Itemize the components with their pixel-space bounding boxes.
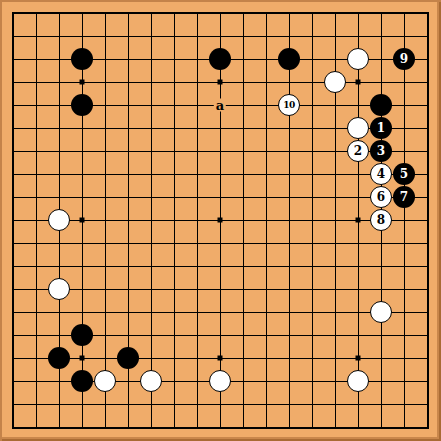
point-N13[interactable]: [278, 140, 301, 163]
point-L16[interactable]: [232, 71, 255, 94]
point-B7[interactable]: [25, 278, 48, 301]
point-Q19[interactable]: [347, 2, 370, 25]
point-L14[interactable]: [232, 117, 255, 140]
point-A6[interactable]: [2, 301, 25, 324]
point-F1[interactable]: [117, 416, 140, 439]
point-M18[interactable]: [255, 25, 278, 48]
point-O12[interactable]: [301, 163, 324, 186]
point-E6[interactable]: [94, 301, 117, 324]
point-J1[interactable]: [186, 416, 209, 439]
point-A3[interactable]: [2, 370, 25, 393]
point-O16[interactable]: [301, 71, 324, 94]
point-J3[interactable]: [186, 370, 209, 393]
point-R17[interactable]: [370, 48, 393, 71]
point-A7[interactable]: [2, 278, 25, 301]
point-E10[interactable]: [94, 209, 117, 232]
point-P9[interactable]: [324, 232, 347, 255]
point-M12[interactable]: [255, 163, 278, 186]
point-R3[interactable]: [370, 370, 393, 393]
point-N15[interactable]: 10: [278, 94, 301, 117]
point-S15[interactable]: [393, 94, 416, 117]
point-H7[interactable]: [163, 278, 186, 301]
point-H3[interactable]: [163, 370, 186, 393]
point-M1[interactable]: [255, 416, 278, 439]
point-K1[interactable]: [209, 416, 232, 439]
point-Q3[interactable]: [347, 370, 370, 393]
point-C11[interactable]: [48, 186, 71, 209]
point-D13[interactable]: [71, 140, 94, 163]
point-C5[interactable]: [48, 324, 71, 347]
point-F6[interactable]: [117, 301, 140, 324]
point-F2[interactable]: [117, 393, 140, 416]
point-F9[interactable]: [117, 232, 140, 255]
point-P18[interactable]: [324, 25, 347, 48]
point-M6[interactable]: [255, 301, 278, 324]
point-A5[interactable]: [2, 324, 25, 347]
point-K14[interactable]: [209, 117, 232, 140]
point-R2[interactable]: [370, 393, 393, 416]
point-F15[interactable]: [117, 94, 140, 117]
point-S16[interactable]: [393, 71, 416, 94]
point-T13[interactable]: [416, 140, 439, 163]
point-C8[interactable]: [48, 255, 71, 278]
point-B6[interactable]: [25, 301, 48, 324]
point-R5[interactable]: [370, 324, 393, 347]
point-J17[interactable]: [186, 48, 209, 71]
point-F19[interactable]: [117, 2, 140, 25]
point-S8[interactable]: [393, 255, 416, 278]
point-N10[interactable]: [278, 209, 301, 232]
point-G18[interactable]: [140, 25, 163, 48]
point-R13[interactable]: 3: [370, 140, 393, 163]
point-S2[interactable]: [393, 393, 416, 416]
point-N9[interactable]: [278, 232, 301, 255]
point-F5[interactable]: [117, 324, 140, 347]
point-O11[interactable]: [301, 186, 324, 209]
point-J14[interactable]: [186, 117, 209, 140]
point-R4[interactable]: [370, 347, 393, 370]
point-H6[interactable]: [163, 301, 186, 324]
point-L19[interactable]: [232, 2, 255, 25]
point-D10[interactable]: [71, 209, 94, 232]
point-C16[interactable]: [48, 71, 71, 94]
point-H18[interactable]: [163, 25, 186, 48]
point-E7[interactable]: [94, 278, 117, 301]
point-P12[interactable]: [324, 163, 347, 186]
point-S5[interactable]: [393, 324, 416, 347]
point-A1[interactable]: [2, 416, 25, 439]
point-N17[interactable]: [278, 48, 301, 71]
point-P2[interactable]: [324, 393, 347, 416]
point-J5[interactable]: [186, 324, 209, 347]
point-L13[interactable]: [232, 140, 255, 163]
point-C14[interactable]: [48, 117, 71, 140]
point-J15[interactable]: [186, 94, 209, 117]
point-G4[interactable]: [140, 347, 163, 370]
point-E9[interactable]: [94, 232, 117, 255]
point-R14[interactable]: 1: [370, 117, 393, 140]
point-S12[interactable]: 5: [393, 163, 416, 186]
point-D18[interactable]: [71, 25, 94, 48]
point-O5[interactable]: [301, 324, 324, 347]
point-M4[interactable]: [255, 347, 278, 370]
point-M19[interactable]: [255, 2, 278, 25]
point-J7[interactable]: [186, 278, 209, 301]
point-T1[interactable]: [416, 416, 439, 439]
point-P4[interactable]: [324, 347, 347, 370]
point-F17[interactable]: [117, 48, 140, 71]
point-H4[interactable]: [163, 347, 186, 370]
point-C9[interactable]: [48, 232, 71, 255]
point-N4[interactable]: [278, 347, 301, 370]
point-B15[interactable]: [25, 94, 48, 117]
point-M13[interactable]: [255, 140, 278, 163]
point-P15[interactable]: [324, 94, 347, 117]
point-N12[interactable]: [278, 163, 301, 186]
point-G7[interactable]: [140, 278, 163, 301]
point-H12[interactable]: [163, 163, 186, 186]
point-T11[interactable]: [416, 186, 439, 209]
point-Q7[interactable]: [347, 278, 370, 301]
point-G16[interactable]: [140, 71, 163, 94]
point-Q9[interactable]: [347, 232, 370, 255]
point-F7[interactable]: [117, 278, 140, 301]
point-J16[interactable]: [186, 71, 209, 94]
point-B13[interactable]: [25, 140, 48, 163]
point-G14[interactable]: [140, 117, 163, 140]
point-H11[interactable]: [163, 186, 186, 209]
point-J12[interactable]: [186, 163, 209, 186]
point-T19[interactable]: [416, 2, 439, 25]
point-A9[interactable]: [2, 232, 25, 255]
point-L3[interactable]: [232, 370, 255, 393]
point-S11[interactable]: 7: [393, 186, 416, 209]
point-B9[interactable]: [25, 232, 48, 255]
point-A4[interactable]: [2, 347, 25, 370]
point-T7[interactable]: [416, 278, 439, 301]
point-Q13[interactable]: 2: [347, 140, 370, 163]
point-T16[interactable]: [416, 71, 439, 94]
point-E17[interactable]: [94, 48, 117, 71]
point-C2[interactable]: [48, 393, 71, 416]
point-S10[interactable]: [393, 209, 416, 232]
point-R11[interactable]: 6: [370, 186, 393, 209]
point-S13[interactable]: [393, 140, 416, 163]
point-M15[interactable]: [255, 94, 278, 117]
point-R18[interactable]: [370, 25, 393, 48]
point-P10[interactable]: [324, 209, 347, 232]
point-A14[interactable]: [2, 117, 25, 140]
point-O8[interactable]: [301, 255, 324, 278]
point-R12[interactable]: 4: [370, 163, 393, 186]
point-O1[interactable]: [301, 416, 324, 439]
point-L9[interactable]: [232, 232, 255, 255]
point-J9[interactable]: [186, 232, 209, 255]
point-S7[interactable]: [393, 278, 416, 301]
point-D14[interactable]: [71, 117, 94, 140]
point-E18[interactable]: [94, 25, 117, 48]
point-N16[interactable]: [278, 71, 301, 94]
point-E8[interactable]: [94, 255, 117, 278]
point-G2[interactable]: [140, 393, 163, 416]
point-P11[interactable]: [324, 186, 347, 209]
point-F10[interactable]: [117, 209, 140, 232]
point-M2[interactable]: [255, 393, 278, 416]
point-J2[interactable]: [186, 393, 209, 416]
point-G19[interactable]: [140, 2, 163, 25]
point-E1[interactable]: [94, 416, 117, 439]
point-S9[interactable]: [393, 232, 416, 255]
point-K3[interactable]: [209, 370, 232, 393]
point-E4[interactable]: [94, 347, 117, 370]
point-C13[interactable]: [48, 140, 71, 163]
point-E15[interactable]: [94, 94, 117, 117]
point-K13[interactable]: [209, 140, 232, 163]
point-K9[interactable]: [209, 232, 232, 255]
point-O2[interactable]: [301, 393, 324, 416]
point-G13[interactable]: [140, 140, 163, 163]
point-D19[interactable]: [71, 2, 94, 25]
point-K18[interactable]: [209, 25, 232, 48]
point-T8[interactable]: [416, 255, 439, 278]
point-N19[interactable]: [278, 2, 301, 25]
point-B8[interactable]: [25, 255, 48, 278]
point-N11[interactable]: [278, 186, 301, 209]
point-F4[interactable]: [117, 347, 140, 370]
point-K11[interactable]: [209, 186, 232, 209]
point-S4[interactable]: [393, 347, 416, 370]
point-L15[interactable]: [232, 94, 255, 117]
point-T12[interactable]: [416, 163, 439, 186]
point-P6[interactable]: [324, 301, 347, 324]
point-T3[interactable]: [416, 370, 439, 393]
point-D17[interactable]: [71, 48, 94, 71]
point-E11[interactable]: [94, 186, 117, 209]
point-F11[interactable]: [117, 186, 140, 209]
point-B10[interactable]: [25, 209, 48, 232]
point-A8[interactable]: [2, 255, 25, 278]
point-J13[interactable]: [186, 140, 209, 163]
point-D11[interactable]: [71, 186, 94, 209]
point-E14[interactable]: [94, 117, 117, 140]
point-A10[interactable]: [2, 209, 25, 232]
point-L2[interactable]: [232, 393, 255, 416]
point-B11[interactable]: [25, 186, 48, 209]
point-D1[interactable]: [71, 416, 94, 439]
point-C7[interactable]: [48, 278, 71, 301]
point-D4[interactable]: [71, 347, 94, 370]
point-N5[interactable]: [278, 324, 301, 347]
point-R15[interactable]: [370, 94, 393, 117]
point-E19[interactable]: [94, 2, 117, 25]
point-H8[interactable]: [163, 255, 186, 278]
point-O15[interactable]: [301, 94, 324, 117]
point-R16[interactable]: [370, 71, 393, 94]
point-N14[interactable]: [278, 117, 301, 140]
point-M3[interactable]: [255, 370, 278, 393]
point-O19[interactable]: [301, 2, 324, 25]
point-L10[interactable]: [232, 209, 255, 232]
point-M11[interactable]: [255, 186, 278, 209]
point-B17[interactable]: [25, 48, 48, 71]
point-C10[interactable]: [48, 209, 71, 232]
point-G17[interactable]: [140, 48, 163, 71]
point-H5[interactable]: [163, 324, 186, 347]
point-T18[interactable]: [416, 25, 439, 48]
point-G10[interactable]: [140, 209, 163, 232]
point-E2[interactable]: [94, 393, 117, 416]
point-N18[interactable]: [278, 25, 301, 48]
point-G8[interactable]: [140, 255, 163, 278]
point-C4[interactable]: [48, 347, 71, 370]
point-H2[interactable]: [163, 393, 186, 416]
point-A11[interactable]: [2, 186, 25, 209]
point-B1[interactable]: [25, 416, 48, 439]
point-R9[interactable]: [370, 232, 393, 255]
point-T2[interactable]: [416, 393, 439, 416]
point-Q16[interactable]: [347, 71, 370, 94]
point-S1[interactable]: [393, 416, 416, 439]
point-A17[interactable]: [2, 48, 25, 71]
point-B16[interactable]: [25, 71, 48, 94]
point-B5[interactable]: [25, 324, 48, 347]
point-C6[interactable]: [48, 301, 71, 324]
point-M10[interactable]: [255, 209, 278, 232]
point-Q15[interactable]: [347, 94, 370, 117]
point-O17[interactable]: [301, 48, 324, 71]
point-A18[interactable]: [2, 25, 25, 48]
point-G6[interactable]: [140, 301, 163, 324]
point-P14[interactable]: [324, 117, 347, 140]
point-H1[interactable]: [163, 416, 186, 439]
point-D8[interactable]: [71, 255, 94, 278]
point-P13[interactable]: [324, 140, 347, 163]
point-S19[interactable]: [393, 2, 416, 25]
point-J11[interactable]: [186, 186, 209, 209]
point-C1[interactable]: [48, 416, 71, 439]
point-L12[interactable]: [232, 163, 255, 186]
point-R6[interactable]: [370, 301, 393, 324]
point-H16[interactable]: [163, 71, 186, 94]
point-K15[interactable]: a: [209, 94, 232, 117]
point-S3[interactable]: [393, 370, 416, 393]
point-K4[interactable]: [209, 347, 232, 370]
point-L18[interactable]: [232, 25, 255, 48]
point-C17[interactable]: [48, 48, 71, 71]
point-G12[interactable]: [140, 163, 163, 186]
point-P3[interactable]: [324, 370, 347, 393]
point-K16[interactable]: [209, 71, 232, 94]
point-Q14[interactable]: [347, 117, 370, 140]
point-N2[interactable]: [278, 393, 301, 416]
point-M17[interactable]: [255, 48, 278, 71]
point-S17[interactable]: 9: [393, 48, 416, 71]
point-O10[interactable]: [301, 209, 324, 232]
point-D6[interactable]: [71, 301, 94, 324]
point-M7[interactable]: [255, 278, 278, 301]
point-L4[interactable]: [232, 347, 255, 370]
point-S14[interactable]: [393, 117, 416, 140]
point-B19[interactable]: [25, 2, 48, 25]
point-Q11[interactable]: [347, 186, 370, 209]
point-P19[interactable]: [324, 2, 347, 25]
point-N6[interactable]: [278, 301, 301, 324]
point-L5[interactable]: [232, 324, 255, 347]
point-P1[interactable]: [324, 416, 347, 439]
point-C15[interactable]: [48, 94, 71, 117]
point-B18[interactable]: [25, 25, 48, 48]
point-B4[interactable]: [25, 347, 48, 370]
point-K6[interactable]: [209, 301, 232, 324]
point-L11[interactable]: [232, 186, 255, 209]
point-R1[interactable]: [370, 416, 393, 439]
point-B12[interactable]: [25, 163, 48, 186]
point-K8[interactable]: [209, 255, 232, 278]
point-B3[interactable]: [25, 370, 48, 393]
point-O18[interactable]: [301, 25, 324, 48]
point-R19[interactable]: [370, 2, 393, 25]
point-C19[interactable]: [48, 2, 71, 25]
point-J8[interactable]: [186, 255, 209, 278]
point-T5[interactable]: [416, 324, 439, 347]
point-Q8[interactable]: [347, 255, 370, 278]
point-N1[interactable]: [278, 416, 301, 439]
point-T9[interactable]: [416, 232, 439, 255]
point-A16[interactable]: [2, 71, 25, 94]
point-E3[interactable]: [94, 370, 117, 393]
point-Q2[interactable]: [347, 393, 370, 416]
point-G9[interactable]: [140, 232, 163, 255]
point-J6[interactable]: [186, 301, 209, 324]
point-O7[interactable]: [301, 278, 324, 301]
point-C12[interactable]: [48, 163, 71, 186]
point-Q1[interactable]: [347, 416, 370, 439]
point-Q12[interactable]: [347, 163, 370, 186]
point-T4[interactable]: [416, 347, 439, 370]
point-B14[interactable]: [25, 117, 48, 140]
point-H15[interactable]: [163, 94, 186, 117]
point-F18[interactable]: [117, 25, 140, 48]
point-T17[interactable]: [416, 48, 439, 71]
point-K12[interactable]: [209, 163, 232, 186]
point-Q4[interactable]: [347, 347, 370, 370]
point-D5[interactable]: [71, 324, 94, 347]
point-P5[interactable]: [324, 324, 347, 347]
point-G1[interactable]: [140, 416, 163, 439]
point-H9[interactable]: [163, 232, 186, 255]
point-Q17[interactable]: [347, 48, 370, 71]
point-P16[interactable]: [324, 71, 347, 94]
point-G15[interactable]: [140, 94, 163, 117]
point-F8[interactable]: [117, 255, 140, 278]
point-D12[interactable]: [71, 163, 94, 186]
point-J4[interactable]: [186, 347, 209, 370]
point-G3[interactable]: [140, 370, 163, 393]
point-Q5[interactable]: [347, 324, 370, 347]
point-L6[interactable]: [232, 301, 255, 324]
point-C3[interactable]: [48, 370, 71, 393]
point-M16[interactable]: [255, 71, 278, 94]
point-H14[interactable]: [163, 117, 186, 140]
point-D9[interactable]: [71, 232, 94, 255]
point-T15[interactable]: [416, 94, 439, 117]
point-S18[interactable]: [393, 25, 416, 48]
point-B2[interactable]: [25, 393, 48, 416]
point-L17[interactable]: [232, 48, 255, 71]
point-P17[interactable]: [324, 48, 347, 71]
point-N3[interactable]: [278, 370, 301, 393]
point-A12[interactable]: [2, 163, 25, 186]
